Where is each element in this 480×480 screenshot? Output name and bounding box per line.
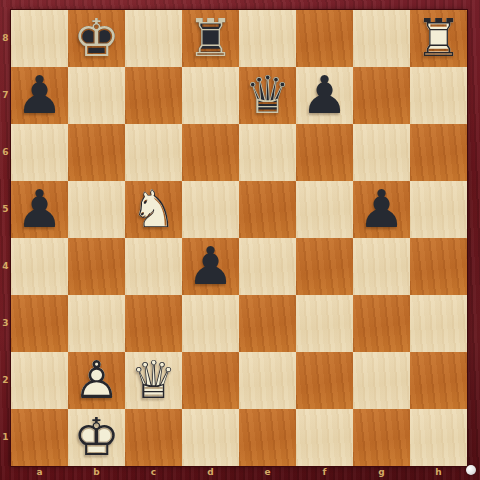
piece-black-queen[interactable]: ♛♕ xyxy=(239,67,296,124)
black-pawn-icon: ♟ xyxy=(296,67,353,124)
square-b5[interactable] xyxy=(68,181,125,238)
square-g6[interactable] xyxy=(353,124,410,181)
square-h3[interactable] xyxy=(410,295,467,352)
square-f4[interactable] xyxy=(296,238,353,295)
square-e3[interactable] xyxy=(239,295,296,352)
square-d4[interactable]: ♟♙ xyxy=(182,238,239,295)
black-pawn-icon: ♟ xyxy=(11,67,68,124)
black-pawn-icon: ♟ xyxy=(353,181,410,238)
black-queen-outline-icon: ♕ xyxy=(239,67,296,124)
piece-white-king[interactable]: ♚♔ xyxy=(68,409,125,466)
file-label-c: c xyxy=(125,466,182,480)
square-g4[interactable] xyxy=(353,238,410,295)
square-c6[interactable] xyxy=(125,124,182,181)
square-b4[interactable] xyxy=(68,238,125,295)
square-c3[interactable] xyxy=(125,295,182,352)
square-h8[interactable]: ♜♖ xyxy=(410,10,467,67)
chess-board-frame: ♚♔♜♖♜♖♟♙♛♕♟♙♟♙♞♘♟♙♟♙♟♙♛♕♚♔ 87654321 abcd… xyxy=(0,0,480,480)
white-queen-outline-icon: ♕ xyxy=(125,352,182,409)
piece-black-pawn[interactable]: ♟♙ xyxy=(11,181,68,238)
piece-black-pawn[interactable]: ♟♙ xyxy=(353,181,410,238)
square-d8[interactable]: ♜♖ xyxy=(182,10,239,67)
square-h7[interactable] xyxy=(410,67,467,124)
rank-label-6: 6 xyxy=(0,124,11,181)
rank-label-7: 7 xyxy=(0,67,11,124)
square-c1[interactable] xyxy=(125,409,182,466)
square-d3[interactable] xyxy=(182,295,239,352)
piece-white-knight[interactable]: ♞♘ xyxy=(125,181,182,238)
square-e6[interactable] xyxy=(239,124,296,181)
file-label-e: e xyxy=(239,466,296,480)
square-f7[interactable]: ♟♙ xyxy=(296,67,353,124)
square-c7[interactable] xyxy=(125,67,182,124)
piece-white-pawn[interactable]: ♟♙ xyxy=(68,352,125,409)
square-e2[interactable] xyxy=(239,352,296,409)
square-a1[interactable] xyxy=(11,409,68,466)
piece-black-king[interactable]: ♚♔ xyxy=(68,10,125,67)
file-label-b: b xyxy=(68,466,125,480)
square-f3[interactable] xyxy=(296,295,353,352)
square-e7[interactable]: ♛♕ xyxy=(239,67,296,124)
square-d7[interactable] xyxy=(182,67,239,124)
piece-black-pawn[interactable]: ♟♙ xyxy=(11,67,68,124)
square-f2[interactable] xyxy=(296,352,353,409)
file-label-h: h xyxy=(410,466,467,480)
rank-label-8: 8 xyxy=(0,10,11,67)
square-e1[interactable] xyxy=(239,409,296,466)
square-c8[interactable] xyxy=(125,10,182,67)
white-rook-outline-icon: ♖ xyxy=(410,10,467,67)
square-a8[interactable] xyxy=(11,10,68,67)
file-label-g: g xyxy=(353,466,410,480)
square-h6[interactable] xyxy=(410,124,467,181)
square-a5[interactable]: ♟♙ xyxy=(11,181,68,238)
piece-black-pawn[interactable]: ♟♙ xyxy=(182,238,239,295)
piece-white-queen[interactable]: ♛♕ xyxy=(125,352,182,409)
white-knight-outline-icon: ♘ xyxy=(125,181,182,238)
square-h5[interactable] xyxy=(410,181,467,238)
black-pawn-icon: ♟ xyxy=(182,238,239,295)
square-c4[interactable] xyxy=(125,238,182,295)
square-d5[interactable] xyxy=(182,181,239,238)
square-c2[interactable]: ♛♕ xyxy=(125,352,182,409)
square-f5[interactable] xyxy=(296,181,353,238)
rank-label-1: 1 xyxy=(0,409,11,466)
square-g2[interactable] xyxy=(353,352,410,409)
square-h1[interactable] xyxy=(410,409,467,466)
square-d6[interactable] xyxy=(182,124,239,181)
rank-label-2: 2 xyxy=(0,352,11,409)
square-g3[interactable] xyxy=(353,295,410,352)
square-a6[interactable] xyxy=(11,124,68,181)
black-king-outline-icon: ♔ xyxy=(68,10,125,67)
square-g8[interactable] xyxy=(353,10,410,67)
square-e5[interactable] xyxy=(239,181,296,238)
square-h2[interactable] xyxy=(410,352,467,409)
piece-black-rook[interactable]: ♜♖ xyxy=(182,10,239,67)
black-pawn-icon: ♟ xyxy=(11,181,68,238)
square-e4[interactable] xyxy=(239,238,296,295)
square-d1[interactable] xyxy=(182,409,239,466)
square-b7[interactable] xyxy=(68,67,125,124)
white-to-move-indicator xyxy=(466,465,476,475)
file-label-d: d xyxy=(182,466,239,480)
square-a7[interactable]: ♟♙ xyxy=(11,67,68,124)
square-f1[interactable] xyxy=(296,409,353,466)
square-b1[interactable]: ♚♔ xyxy=(68,409,125,466)
square-b6[interactable] xyxy=(68,124,125,181)
file-label-a: a xyxy=(11,466,68,480)
square-b2[interactable]: ♟♙ xyxy=(68,352,125,409)
square-f8[interactable] xyxy=(296,10,353,67)
black-rook-outline-icon: ♖ xyxy=(182,10,239,67)
file-label-f: f xyxy=(296,466,353,480)
chess-board: ♚♔♜♖♜♖♟♙♛♕♟♙♟♙♞♘♟♙♟♙♟♙♛♕♚♔ xyxy=(11,10,467,466)
square-a4[interactable] xyxy=(11,238,68,295)
square-e8[interactable] xyxy=(239,10,296,67)
square-g1[interactable] xyxy=(353,409,410,466)
square-b8[interactable]: ♚♔ xyxy=(68,10,125,67)
square-a3[interactable] xyxy=(11,295,68,352)
square-h4[interactable] xyxy=(410,238,467,295)
square-f6[interactable] xyxy=(296,124,353,181)
square-b3[interactable] xyxy=(68,295,125,352)
white-pawn-outline-icon: ♙ xyxy=(68,352,125,409)
rank-label-3: 3 xyxy=(0,295,11,352)
square-g5[interactable]: ♟♙ xyxy=(353,181,410,238)
square-c5[interactable]: ♞♘ xyxy=(125,181,182,238)
piece-black-pawn[interactable]: ♟♙ xyxy=(296,67,353,124)
square-g7[interactable] xyxy=(353,67,410,124)
rank-label-4: 4 xyxy=(0,238,11,295)
square-a2[interactable] xyxy=(11,352,68,409)
rank-label-5: 5 xyxy=(0,181,11,238)
white-king-outline-icon: ♔ xyxy=(68,409,125,466)
piece-white-rook[interactable]: ♜♖ xyxy=(410,10,467,67)
square-d2[interactable] xyxy=(182,352,239,409)
